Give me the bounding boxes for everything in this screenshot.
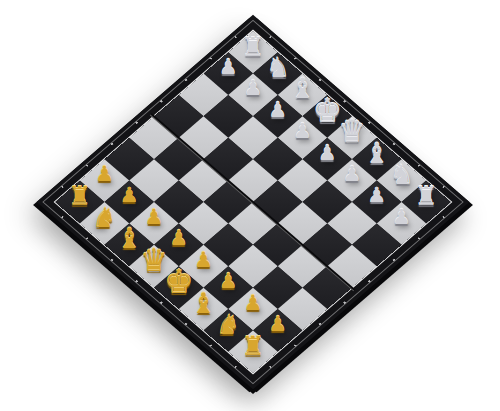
square-h1[interactable]: ♜ [228, 330, 277, 373]
piece-gold-rook[interactable]: ♜ [235, 328, 270, 363]
chess-board-frame: ♜♞♝♚♛♝♞♜♟♟♟♟♟♟♟♟♟♟♟♟♟♟♟♟♜♞♝♛♚♝♞♜ [37, 15, 470, 389]
chess-board-grid: ♜♞♝♚♛♝♞♜♟♟♟♟♟♟♟♟♟♟♟♟♟♟♟♟♜♞♝♛♚♝♞♜ [55, 31, 451, 374]
piece-silver-pawn[interactable]: ♟ [384, 200, 419, 235]
product-photo-scene: ♜♞♝♚♛♝♞♜♟♟♟♟♟♟♟♟♟♟♟♟♟♟♟♟♜♞♝♛♚♝♞♜ [0, 0, 500, 411]
